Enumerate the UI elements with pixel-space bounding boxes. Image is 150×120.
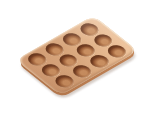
- muffin-pan: [16, 16, 138, 96]
- product-photo: [0, 0, 150, 120]
